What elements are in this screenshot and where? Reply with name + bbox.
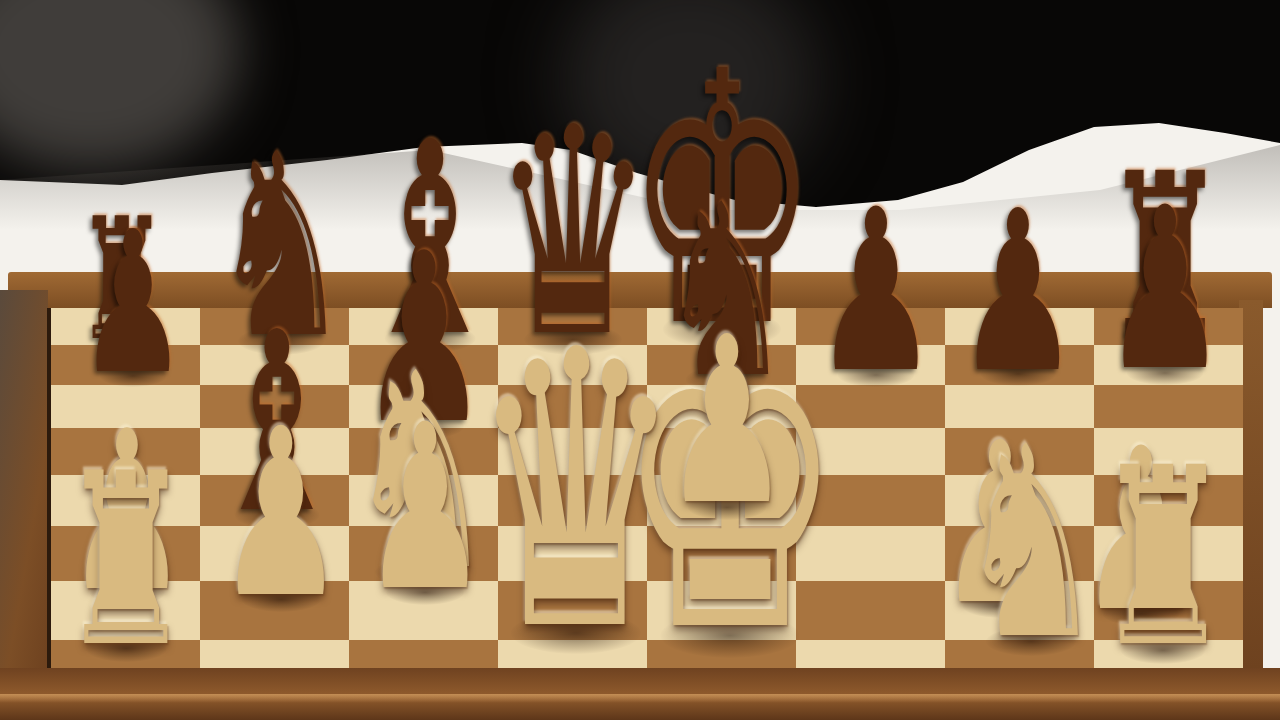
piece-black-pawn-h7[interactable]: ♟ <box>1103 198 1228 382</box>
piece-black-pawn-g7[interactable]: ♟ <box>956 201 1079 383</box>
piece-white-queen-d1[interactable]: ♛ <box>470 335 682 648</box>
white-knight-icon: ♞ <box>958 390 1105 697</box>
piece-white-rook-h1[interactable]: ♜ <box>1095 458 1232 660</box>
black-pawn-icon: ♟ <box>1103 159 1228 420</box>
white-pawn-icon: ♟ <box>217 379 346 649</box>
piece-white-rook-a1[interactable]: ♜ <box>60 463 192 658</box>
piece-white-pawn-b2[interactable]: ♟ <box>217 419 346 609</box>
board-rim-left <box>0 290 48 720</box>
white-pawn-icon: ♟ <box>663 288 791 555</box>
white-rook-icon: ♜ <box>1095 415 1232 701</box>
black-pawn-icon: ♟ <box>956 163 1079 421</box>
photo-stage: ♜♞♝♛♚♜♟♟♟♟♟♚♞♟♝♞♟♟♟♟♟♛♞♜♜ <box>0 0 1280 720</box>
piece-black-pawn-a7[interactable]: ♟ <box>79 223 188 384</box>
white-rook-icon: ♜ <box>60 422 192 699</box>
piece-white-knight-g1[interactable]: ♞ <box>958 436 1105 652</box>
white-queen-icon: ♛ <box>470 269 682 714</box>
piece-white-pawn-e4[interactable]: ♟ <box>663 328 791 517</box>
